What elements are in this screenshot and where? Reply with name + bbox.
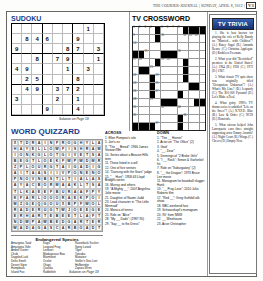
- crossword-cell[interactable]: [172, 59, 177, 66]
- trivia-question: 3. What classic TV quiz show was origina…: [212, 76, 253, 99]
- crossword-cell[interactable]: [189, 91, 194, 98]
- sudoku-cell[interactable]: [22, 95, 32, 105]
- sudoku-cell[interactable]: [94, 75, 104, 85]
- crossword-cell[interactable]: 7: [172, 27, 177, 34]
- sudoku-cell: 7: [53, 54, 63, 64]
- sudoku-cell[interactable]: [53, 64, 63, 74]
- sudoku-cell: 3: [94, 44, 104, 54]
- crossword-cell[interactable]: [150, 107, 155, 114]
- crossword-cell[interactable]: [178, 99, 183, 106]
- crossword-cell[interactable]: [166, 67, 171, 74]
- sudoku-cell: 7: [73, 44, 83, 54]
- sudoku-cell[interactable]: [84, 34, 94, 44]
- species-word: Island Fox: [11, 271, 42, 275]
- crossword-cell[interactable]: [200, 123, 205, 130]
- crossword-grid[interactable]: 1234567891011121314151617181920212223242…: [132, 26, 206, 131]
- crossword-cell[interactable]: 37: [155, 123, 160, 130]
- sudoku-cell[interactable]: [94, 34, 104, 44]
- crossword-cell[interactable]: [172, 67, 177, 74]
- sudoku-solution-note: Solution on Page 19: [59, 117, 89, 121]
- sudoku-cell: 4: [32, 34, 42, 44]
- crossword-cell[interactable]: 18: [139, 59, 144, 66]
- sudoku-cell[interactable]: [43, 44, 53, 54]
- clue-number: 12: [189, 35, 192, 38]
- crossword-cell[interactable]: [166, 35, 171, 42]
- clue-item: 15. "__ Hunt"; 1958-63 Lloyd Bridges ser…: [105, 176, 153, 183]
- crossword-black-cell: [144, 123, 149, 130]
- crossword-cell[interactable]: [200, 107, 205, 114]
- clue-number: 29: [150, 99, 153, 102]
- sudoku-grid[interactable]: 184699873879149132584937232194: [11, 23, 105, 116]
- crossword-cell[interactable]: [144, 91, 149, 98]
- crossword-black-cell: [183, 67, 188, 74]
- crossword-cell[interactable]: [189, 123, 194, 130]
- crossword-black-cell: [172, 51, 177, 58]
- sudoku-cell[interactable]: [32, 105, 42, 115]
- crossword-cell[interactable]: 8: [178, 27, 183, 34]
- sudoku-cell[interactable]: [32, 24, 42, 34]
- clue-number: 27: [156, 91, 159, 94]
- crossword-cell[interactable]: 19: [161, 59, 166, 66]
- crossword-cell[interactable]: [166, 91, 171, 98]
- crossword-cell[interactable]: [144, 75, 149, 82]
- crossword-cell[interactable]: [172, 107, 177, 114]
- sudoku-cell[interactable]: [84, 54, 94, 64]
- sudoku-cell: 9: [32, 85, 42, 95]
- crossword-cell[interactable]: 13: [194, 35, 199, 42]
- trivia-question: 2. What year did "Bewitched" premiere in…: [212, 58, 253, 74]
- crossword-cell[interactable]: [144, 35, 149, 42]
- sudoku-cell[interactable]: [43, 75, 53, 85]
- sudoku-cell[interactable]: [84, 44, 94, 54]
- crossword-black-cell: [200, 99, 205, 106]
- crossword-cell[interactable]: 27: [155, 91, 160, 98]
- sudoku-cell[interactable]: [12, 85, 22, 95]
- crossword-black-cell: [178, 115, 183, 122]
- crossword-cell[interactable]: [194, 43, 199, 50]
- crossword-black-cell: [178, 123, 183, 130]
- trivia-question: 4. What gritty 1990's TV drama series is…: [212, 102, 253, 122]
- clue-item: 29. "Say __ to the Dress": [105, 223, 153, 227]
- puzzle-page: THE COURIER-JOURNAL | SUNDAY, APRIL 8, 2…: [0, 0, 263, 281]
- sudoku-title: SUDOKU: [11, 15, 41, 22]
- crossword-cell[interactable]: [183, 123, 188, 130]
- crossword-cell[interactable]: [144, 83, 149, 90]
- sudoku-cell: 5: [32, 75, 42, 85]
- crossword-cell[interactable]: [155, 51, 160, 58]
- crossword-cell[interactable]: [144, 99, 149, 106]
- crossword-cell[interactable]: [189, 51, 194, 58]
- sudoku-cell[interactable]: [84, 75, 94, 85]
- crossword-black-cell: [150, 83, 155, 90]
- sudoku-cell: 4: [22, 85, 32, 95]
- crossword-cell[interactable]: 21: [150, 67, 155, 74]
- crossword-black-cell: [200, 27, 205, 34]
- crossword-cell[interactable]: [189, 99, 194, 106]
- crossword-black-cell: [183, 59, 188, 66]
- crossword-black-cell: [139, 67, 144, 74]
- divider-middle-right: [207, 12, 208, 276]
- crossword-cell[interactable]: [200, 115, 205, 122]
- sudoku-cell[interactable]: [22, 44, 32, 54]
- clue-number: 24: [133, 83, 136, 86]
- crossword-cell[interactable]: [161, 91, 166, 98]
- tv-trivia-questions: 1. She is best known for playing the rol…: [212, 32, 253, 146]
- crossword-black-cell: [155, 35, 160, 42]
- sudoku-cell[interactable]: [73, 54, 83, 64]
- sudoku-cell[interactable]: [94, 95, 104, 105]
- sudoku-cell[interactable]: [43, 24, 53, 34]
- clue-number: 23: [156, 75, 159, 78]
- sudoku-cell[interactable]: [32, 44, 42, 54]
- sudoku-cell: 7: [63, 85, 73, 95]
- word-search-cell[interactable]: T: [96, 225, 102, 231]
- clue-number: 15: [144, 51, 147, 54]
- sudoku-cell[interactable]: [32, 64, 42, 74]
- crossword-cell[interactable]: [200, 91, 205, 98]
- clue-number: 31: [133, 107, 136, 110]
- sudoku-cell[interactable]: [22, 54, 32, 64]
- crossword-cell[interactable]: [194, 115, 199, 122]
- sudoku-cell: 2: [73, 85, 83, 95]
- sudoku-cell[interactable]: [12, 54, 22, 64]
- crossword-cell[interactable]: 14: [133, 43, 138, 50]
- sudoku-cell[interactable]: [22, 24, 32, 34]
- crossword-cell[interactable]: 36: [183, 115, 188, 122]
- sudoku-cell: 8: [32, 54, 42, 64]
- crossword-cell[interactable]: [183, 99, 188, 106]
- crossword-cell[interactable]: [172, 115, 177, 122]
- down-clues: DOWN 1. "The __ Hornet"2. Actor on "The …: [157, 132, 205, 227]
- crossword-cell[interactable]: 35: [133, 115, 138, 122]
- crossword-black-cell: [183, 75, 188, 82]
- sudoku-cell: 8: [22, 34, 32, 44]
- sudoku-cell[interactable]: [43, 85, 53, 95]
- clue-number: 17: [133, 59, 136, 62]
- crossword-black-cell: [166, 99, 171, 106]
- crossword-cell[interactable]: [172, 83, 177, 90]
- sudoku-cell: 4: [12, 64, 22, 74]
- clue-number: 25: [156, 83, 159, 86]
- crossword-cell[interactable]: [150, 43, 155, 50]
- crossword-cell[interactable]: [139, 43, 144, 50]
- crossword-cell[interactable]: [194, 51, 199, 58]
- sudoku-cell: 2: [53, 95, 63, 105]
- clue-number: 5: [161, 27, 162, 30]
- crossword-cell[interactable]: [139, 107, 144, 114]
- crossword-cell[interactable]: 6: [166, 27, 171, 34]
- crossword-cell[interactable]: [189, 115, 194, 122]
- clue-number: 13: [195, 35, 198, 38]
- sudoku-cell: 1: [84, 24, 94, 34]
- crossword-cell[interactable]: [172, 75, 177, 82]
- crossword-black-cell: [133, 123, 138, 130]
- sudoku-cell: 9: [73, 34, 83, 44]
- clue-item: 13. "__ Pray Love"; 2010 Julia Roberts f…: [157, 188, 205, 195]
- crossword-cell[interactable]: [178, 83, 183, 90]
- sudoku-cell[interactable]: [12, 105, 22, 115]
- crossword-cell[interactable]: 4: [150, 27, 155, 34]
- sudoku-cell: 4: [73, 105, 83, 115]
- tv-crossword-title: TV CROSSWORD: [132, 15, 190, 22]
- crossword-cell[interactable]: 31: [133, 107, 138, 114]
- crossword-cell[interactable]: [139, 115, 144, 122]
- crossword-cell[interactable]: [194, 75, 199, 82]
- across-clues: ACROSS 1. Ellen Pompeo's role5. Jon's ex…: [105, 132, 153, 227]
- crossword-cell[interactable]: [200, 35, 205, 42]
- sudoku-cell[interactable]: [12, 24, 22, 34]
- crossword-cell[interactable]: [161, 115, 166, 122]
- crossword-cell[interactable]: [172, 43, 177, 50]
- crossword-cell[interactable]: [172, 35, 177, 42]
- crossword-cell[interactable]: 10: [161, 35, 166, 42]
- crossword-black-cell: [150, 75, 155, 82]
- crossword-cell[interactable]: 3: [144, 27, 149, 34]
- crossword-cell[interactable]: [139, 75, 144, 82]
- crossword-cell[interactable]: [178, 75, 183, 82]
- sudoku-cell[interactable]: [94, 24, 104, 34]
- clue-number: 3: [144, 27, 145, 30]
- clue-number: 28: [133, 99, 136, 102]
- sudoku-cell[interactable]: [43, 54, 53, 64]
- clue-number: 26: [133, 91, 136, 94]
- clue-number: 10: [161, 35, 164, 38]
- crossword-cell[interactable]: [161, 67, 166, 74]
- sudoku-cell[interactable]: [63, 105, 73, 115]
- clue-number: 16: [178, 51, 181, 54]
- sudoku-cell: 9: [43, 105, 53, 115]
- crossword-cell[interactable]: [200, 51, 205, 58]
- sudoku-cell[interactable]: [63, 75, 73, 85]
- crossword-cell[interactable]: [189, 59, 194, 66]
- sudoku-cell[interactable]: [84, 85, 94, 95]
- page-frame: SUDOKU 184699873879149132584937232194 So…: [6, 11, 257, 277]
- crossword-cell[interactable]: 17: [133, 59, 138, 66]
- crossword-cell[interactable]: [200, 75, 205, 82]
- crossword-cell[interactable]: [194, 107, 199, 114]
- crossword-cell[interactable]: [144, 107, 149, 114]
- crossword-cell[interactable]: [144, 115, 149, 122]
- clue-number: 36: [183, 115, 186, 118]
- clue-number: 22: [133, 75, 136, 78]
- clue-number: 37: [156, 123, 159, 126]
- crossword-cell[interactable]: [161, 75, 166, 82]
- crossword-cell[interactable]: 16: [178, 51, 183, 58]
- clue-number: 35: [133, 115, 136, 118]
- crossword-cell[interactable]: [139, 99, 144, 106]
- clue-number: 18: [139, 59, 142, 62]
- crossword-black-cell: [194, 83, 199, 90]
- clue-number: 14: [133, 43, 136, 46]
- crossword-black-cell: [189, 83, 194, 90]
- crossword-cell[interactable]: [155, 107, 160, 114]
- crossword-cell[interactable]: [166, 43, 171, 50]
- sudoku-cell: 2: [22, 75, 32, 85]
- trivia-question: 1. She is best known for playing the rol…: [212, 32, 253, 55]
- crossword-cell[interactable]: [183, 43, 188, 50]
- crossword-cell[interactable]: [150, 51, 155, 58]
- crossword-cell[interactable]: [194, 59, 199, 66]
- crossword-cell[interactable]: [200, 59, 205, 66]
- crossword-cell[interactable]: [189, 75, 194, 82]
- crossword-cell[interactable]: [166, 115, 171, 122]
- tv-trivia-title: TV TRIVIA: [212, 18, 254, 30]
- crossword-black-cell: [144, 67, 149, 74]
- clue-number: 9: [133, 35, 134, 38]
- crossword-cell[interactable]: 15: [144, 51, 149, 58]
- sudoku-cell: 3: [53, 85, 63, 95]
- crossword-black-cell: [161, 99, 166, 106]
- crossword-black-cell: [150, 123, 155, 130]
- clue-number: 6: [167, 27, 168, 30]
- clue-number: 20: [167, 59, 170, 62]
- crossword-cell[interactable]: [155, 115, 160, 122]
- sudoku-cell[interactable]: [22, 105, 32, 115]
- word-search-grid[interactable]: XTDRAINFROGHYLAHAYELLOWFISHRAMIONKGLOTGI…: [11, 139, 103, 232]
- crossword-cell[interactable]: 29: [150, 99, 155, 106]
- crossword-cell[interactable]: [139, 91, 144, 98]
- sudoku-cell[interactable]: [94, 105, 104, 115]
- crossword-cell[interactable]: [189, 107, 194, 114]
- crossword-cell[interactable]: [139, 35, 144, 42]
- crossword-cell[interactable]: [155, 99, 160, 106]
- crossword-cell[interactable]: [183, 83, 188, 90]
- sudoku-cell[interactable]: [12, 75, 22, 85]
- crossword-cell[interactable]: [155, 43, 160, 50]
- sudoku-cell: 1: [73, 95, 83, 105]
- sudoku-cell[interactable]: [53, 44, 63, 54]
- sudoku-cell: 9: [22, 64, 32, 74]
- sudoku-cell: 1: [94, 54, 104, 64]
- clue-number: 2: [139, 27, 140, 30]
- sudoku-cell: 3: [12, 95, 22, 105]
- crossword-cell[interactable]: [166, 107, 171, 114]
- sudoku-cell: 9: [63, 54, 73, 64]
- sudoku-cell[interactable]: [53, 105, 63, 115]
- crossword-cell[interactable]: [194, 123, 199, 130]
- crossword-cell[interactable]: 34: [178, 107, 183, 114]
- crossword-cell[interactable]: [144, 59, 149, 66]
- trivia-question: 5. What sitcom helped John Larroquette e…: [212, 124, 253, 144]
- clue-number: 7: [172, 27, 173, 30]
- sudoku-cell: 1: [63, 64, 73, 74]
- crossword-black-cell: [155, 27, 160, 34]
- sudoku-cell[interactable]: [53, 24, 63, 34]
- sudoku-cell[interactable]: [43, 64, 53, 74]
- sudoku-cell: 9: [12, 44, 22, 54]
- crossword-cell[interactable]: [172, 91, 177, 98]
- crossword-cell[interactable]: 2: [139, 27, 144, 34]
- sudoku-cell[interactable]: [84, 105, 94, 115]
- sudoku-cell: 3: [84, 64, 94, 74]
- divider-left-middle: [129, 12, 130, 131]
- crossword-cell[interactable]: [150, 115, 155, 122]
- crossword-cell[interactable]: [200, 83, 205, 90]
- clue-number: 34: [178, 107, 181, 110]
- crossword-cell[interactable]: [183, 51, 188, 58]
- clue-number: 4: [150, 27, 151, 30]
- sudoku-cell[interactable]: [73, 24, 83, 34]
- crossword-cell[interactable]: [166, 83, 171, 90]
- crossword-cell[interactable]: [166, 75, 171, 82]
- crossword-cell[interactable]: 12: [189, 35, 194, 42]
- sudoku-cell[interactable]: [63, 34, 73, 44]
- crossword-cell[interactable]: [139, 83, 144, 90]
- clue-number: 19: [161, 59, 164, 62]
- crossword-black-cell: [155, 59, 160, 66]
- sudoku-cell[interactable]: [53, 75, 63, 85]
- sudoku-cell: 8: [73, 75, 83, 85]
- sudoku-cell[interactable]: [63, 95, 73, 105]
- clue-item: 19. "A Mighty __"; 2007 Angelina Jolie m…: [105, 188, 153, 195]
- species-column-1: Amargosa ToadAmargosa VoleAmber DarterCh…: [11, 242, 42, 274]
- masthead-page-code: V3: [246, 2, 256, 9]
- crossword-cell[interactable]: [161, 83, 166, 90]
- crossword-cell[interactable]: [183, 107, 188, 114]
- sudoku-cell[interactable]: [32, 95, 42, 105]
- sudoku-cell[interactable]: [94, 64, 104, 74]
- crossword-cell[interactable]: 20: [166, 59, 171, 66]
- crossword-cell[interactable]: [189, 67, 194, 74]
- crossword-cell[interactable]: [161, 123, 166, 130]
- clue-item: 9. "The __ Breed"; 1966 James Stewart fi…: [105, 146, 153, 153]
- crossword-cell[interactable]: [194, 91, 199, 98]
- clue-number: 21: [150, 67, 153, 70]
- sudoku-cell: 8: [63, 44, 73, 54]
- sudoku-cell[interactable]: [53, 34, 63, 44]
- sudoku-cell[interactable]: [84, 95, 94, 105]
- masthead-text: THE COURIER-JOURNAL | SUNDAY, APRIL 8, 2…: [153, 4, 245, 8]
- crossword-cell[interactable]: [200, 43, 205, 50]
- crossword-black-cell: [172, 99, 177, 106]
- species-column-3: Razorback SuckerSpiny LizardTigerTotoaba…: [75, 242, 105, 271]
- tv-trivia-box: TV TRIVIA 1. She is best known for playi…: [209, 14, 257, 274]
- crossword-cell[interactable]: [178, 59, 183, 66]
- crossword-black-cell: [194, 99, 199, 106]
- crossword-cell[interactable]: [172, 123, 177, 130]
- crossword-cell[interactable]: [178, 35, 183, 42]
- sudoku-cell[interactable]: [94, 85, 104, 95]
- crossword-cell[interactable]: [194, 67, 199, 74]
- crossword-black-cell: [139, 123, 144, 130]
- crossword-cell[interactable]: 32: [161, 107, 166, 114]
- clue-number: 1: [133, 27, 134, 30]
- crossword-cell[interactable]: [183, 91, 188, 98]
- sudoku-cell[interactable]: [12, 34, 22, 44]
- crossword-cell[interactable]: [166, 123, 171, 130]
- clue-number: 32: [161, 107, 164, 110]
- word-quizzard-title: WORD QUIZZARD: [11, 127, 80, 136]
- crossword-cell[interactable]: [178, 67, 183, 74]
- crossword-cell[interactable]: [150, 35, 155, 42]
- crossword-cell[interactable]: [189, 43, 194, 50]
- crossword-cell[interactable]: [200, 67, 205, 74]
- crossword-cell[interactable]: 28: [133, 99, 138, 106]
- clue-number: 11: [183, 35, 186, 38]
- sudoku-cell[interactable]: [43, 95, 53, 105]
- sudoku-cell[interactable]: [63, 24, 73, 34]
- masthead: THE COURIER-JOURNAL | SUNDAY, APRIL 8, 2…: [153, 3, 256, 8]
- sudoku-cell: 6: [43, 34, 53, 44]
- crossword-cell[interactable]: 11: [183, 35, 188, 42]
- sudoku-cell[interactable]: [73, 64, 83, 74]
- clue-number: 8: [178, 27, 179, 30]
- crossword-cell[interactable]: [161, 43, 166, 50]
- word-quizzard-solution-note: Solution on Page 19: [69, 270, 99, 274]
- clue-item: 23. Actor Christopher: [157, 223, 205, 227]
- clue-item: 17. "Red __"; Greg Gutfeld talk show: [157, 197, 205, 204]
- crossword-black-cell: [178, 91, 183, 98]
